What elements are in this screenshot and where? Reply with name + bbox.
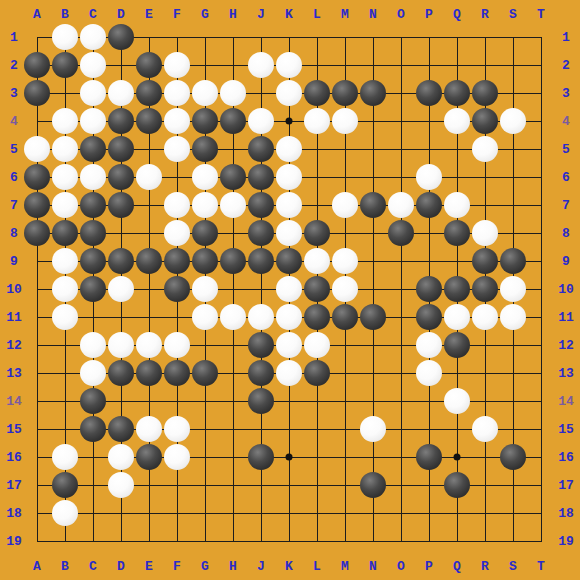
point-F1[interactable]: [163, 23, 191, 51]
point-E16[interactable]: [135, 443, 163, 471]
point-A11[interactable]: [23, 303, 51, 331]
point-G16[interactable]: [191, 443, 219, 471]
point-N15[interactable]: [359, 415, 387, 443]
point-M19[interactable]: [331, 527, 359, 555]
point-G2[interactable]: [191, 51, 219, 79]
point-G12[interactable]: [191, 331, 219, 359]
point-R12[interactable]: [471, 331, 499, 359]
point-Q1[interactable]: [443, 23, 471, 51]
point-L5[interactable]: [303, 135, 331, 163]
point-C6[interactable]: [79, 163, 107, 191]
point-J13[interactable]: [247, 359, 275, 387]
point-B7[interactable]: [51, 191, 79, 219]
point-N1[interactable]: [359, 23, 387, 51]
point-E14[interactable]: [135, 387, 163, 415]
point-F9[interactable]: [163, 247, 191, 275]
point-B6[interactable]: [51, 163, 79, 191]
point-C13[interactable]: [79, 359, 107, 387]
point-B5[interactable]: [51, 135, 79, 163]
point-E3[interactable]: [135, 79, 163, 107]
point-F12[interactable]: [163, 331, 191, 359]
point-R2[interactable]: [471, 51, 499, 79]
point-Q18[interactable]: [443, 499, 471, 527]
point-G11[interactable]: [191, 303, 219, 331]
point-P7[interactable]: [415, 191, 443, 219]
point-O12[interactable]: [387, 331, 415, 359]
point-B2[interactable]: [51, 51, 79, 79]
point-D9[interactable]: [107, 247, 135, 275]
point-F19[interactable]: [163, 527, 191, 555]
point-S16[interactable]: [499, 443, 527, 471]
point-S1[interactable]: [499, 23, 527, 51]
point-O9[interactable]: [387, 247, 415, 275]
point-F18[interactable]: [163, 499, 191, 527]
point-M15[interactable]: [331, 415, 359, 443]
point-B14[interactable]: [51, 387, 79, 415]
point-Q16[interactable]: [443, 443, 471, 471]
point-O7[interactable]: [387, 191, 415, 219]
point-T9[interactable]: [527, 247, 555, 275]
point-P4[interactable]: [415, 107, 443, 135]
point-H9[interactable]: [219, 247, 247, 275]
point-J3[interactable]: [247, 79, 275, 107]
point-N10[interactable]: [359, 275, 387, 303]
point-E4[interactable]: [135, 107, 163, 135]
point-M1[interactable]: [331, 23, 359, 51]
point-J5[interactable]: [247, 135, 275, 163]
point-D18[interactable]: [107, 499, 135, 527]
point-A4[interactable]: [23, 107, 51, 135]
point-H19[interactable]: [219, 527, 247, 555]
point-D16[interactable]: [107, 443, 135, 471]
point-F5[interactable]: [163, 135, 191, 163]
point-R10[interactable]: [471, 275, 499, 303]
point-D4[interactable]: [107, 107, 135, 135]
point-N6[interactable]: [359, 163, 387, 191]
point-T4[interactable]: [527, 107, 555, 135]
point-O5[interactable]: [387, 135, 415, 163]
point-A19[interactable]: [23, 527, 51, 555]
point-P16[interactable]: [415, 443, 443, 471]
point-L13[interactable]: [303, 359, 331, 387]
point-S17[interactable]: [499, 471, 527, 499]
point-A13[interactable]: [23, 359, 51, 387]
point-M14[interactable]: [331, 387, 359, 415]
point-O3[interactable]: [387, 79, 415, 107]
point-F4[interactable]: [163, 107, 191, 135]
point-R8[interactable]: [471, 219, 499, 247]
point-J7[interactable]: [247, 191, 275, 219]
point-E18[interactable]: [135, 499, 163, 527]
point-L15[interactable]: [303, 415, 331, 443]
point-H3[interactable]: [219, 79, 247, 107]
point-B18[interactable]: [51, 499, 79, 527]
point-O11[interactable]: [387, 303, 415, 331]
point-E7[interactable]: [135, 191, 163, 219]
point-G9[interactable]: [191, 247, 219, 275]
point-C3[interactable]: [79, 79, 107, 107]
point-B4[interactable]: [51, 107, 79, 135]
point-J6[interactable]: [247, 163, 275, 191]
point-M13[interactable]: [331, 359, 359, 387]
point-A14[interactable]: [23, 387, 51, 415]
point-N17[interactable]: [359, 471, 387, 499]
point-L16[interactable]: [303, 443, 331, 471]
point-P13[interactable]: [415, 359, 443, 387]
point-O16[interactable]: [387, 443, 415, 471]
point-K11[interactable]: [275, 303, 303, 331]
point-H1[interactable]: [219, 23, 247, 51]
point-L11[interactable]: [303, 303, 331, 331]
point-P3[interactable]: [415, 79, 443, 107]
point-B12[interactable]: [51, 331, 79, 359]
point-A10[interactable]: [23, 275, 51, 303]
point-P12[interactable]: [415, 331, 443, 359]
point-P10[interactable]: [415, 275, 443, 303]
point-L10[interactable]: [303, 275, 331, 303]
point-H17[interactable]: [219, 471, 247, 499]
point-T7[interactable]: [527, 191, 555, 219]
point-R1[interactable]: [471, 23, 499, 51]
point-H13[interactable]: [219, 359, 247, 387]
point-L2[interactable]: [303, 51, 331, 79]
point-B16[interactable]: [51, 443, 79, 471]
point-L3[interactable]: [303, 79, 331, 107]
point-E12[interactable]: [135, 331, 163, 359]
point-O4[interactable]: [387, 107, 415, 135]
point-C16[interactable]: [79, 443, 107, 471]
point-Q13[interactable]: [443, 359, 471, 387]
point-F11[interactable]: [163, 303, 191, 331]
point-M2[interactable]: [331, 51, 359, 79]
point-N18[interactable]: [359, 499, 387, 527]
point-J15[interactable]: [247, 415, 275, 443]
point-K18[interactable]: [275, 499, 303, 527]
point-P15[interactable]: [415, 415, 443, 443]
point-B3[interactable]: [51, 79, 79, 107]
point-J18[interactable]: [247, 499, 275, 527]
point-B13[interactable]: [51, 359, 79, 387]
point-P5[interactable]: [415, 135, 443, 163]
point-L14[interactable]: [303, 387, 331, 415]
point-P9[interactable]: [415, 247, 443, 275]
point-S4[interactable]: [499, 107, 527, 135]
point-G13[interactable]: [191, 359, 219, 387]
point-S5[interactable]: [499, 135, 527, 163]
point-J12[interactable]: [247, 331, 275, 359]
point-N13[interactable]: [359, 359, 387, 387]
point-B17[interactable]: [51, 471, 79, 499]
point-K6[interactable]: [275, 163, 303, 191]
point-T16[interactable]: [527, 443, 555, 471]
point-A2[interactable]: [23, 51, 51, 79]
point-N2[interactable]: [359, 51, 387, 79]
point-E2[interactable]: [135, 51, 163, 79]
point-O18[interactable]: [387, 499, 415, 527]
point-T14[interactable]: [527, 387, 555, 415]
point-T19[interactable]: [527, 527, 555, 555]
point-B8[interactable]: [51, 219, 79, 247]
point-B19[interactable]: [51, 527, 79, 555]
point-O13[interactable]: [387, 359, 415, 387]
point-S8[interactable]: [499, 219, 527, 247]
point-F7[interactable]: [163, 191, 191, 219]
point-J2[interactable]: [247, 51, 275, 79]
point-M11[interactable]: [331, 303, 359, 331]
point-G8[interactable]: [191, 219, 219, 247]
point-M12[interactable]: [331, 331, 359, 359]
point-K15[interactable]: [275, 415, 303, 443]
point-C10[interactable]: [79, 275, 107, 303]
point-H18[interactable]: [219, 499, 247, 527]
point-G15[interactable]: [191, 415, 219, 443]
point-M8[interactable]: [331, 219, 359, 247]
point-Q7[interactable]: [443, 191, 471, 219]
point-S19[interactable]: [499, 527, 527, 555]
point-R4[interactable]: [471, 107, 499, 135]
point-L1[interactable]: [303, 23, 331, 51]
point-K3[interactable]: [275, 79, 303, 107]
point-N8[interactable]: [359, 219, 387, 247]
point-S11[interactable]: [499, 303, 527, 331]
point-K13[interactable]: [275, 359, 303, 387]
point-O1[interactable]: [387, 23, 415, 51]
point-T17[interactable]: [527, 471, 555, 499]
point-C15[interactable]: [79, 415, 107, 443]
point-D2[interactable]: [107, 51, 135, 79]
point-R3[interactable]: [471, 79, 499, 107]
point-G18[interactable]: [191, 499, 219, 527]
point-D19[interactable]: [107, 527, 135, 555]
point-D8[interactable]: [107, 219, 135, 247]
point-C2[interactable]: [79, 51, 107, 79]
point-G14[interactable]: [191, 387, 219, 415]
point-D7[interactable]: [107, 191, 135, 219]
point-L7[interactable]: [303, 191, 331, 219]
point-B15[interactable]: [51, 415, 79, 443]
point-O8[interactable]: [387, 219, 415, 247]
point-M9[interactable]: [331, 247, 359, 275]
point-S18[interactable]: [499, 499, 527, 527]
point-M16[interactable]: [331, 443, 359, 471]
point-M6[interactable]: [331, 163, 359, 191]
point-G10[interactable]: [191, 275, 219, 303]
point-L6[interactable]: [303, 163, 331, 191]
point-T15[interactable]: [527, 415, 555, 443]
point-P14[interactable]: [415, 387, 443, 415]
point-K19[interactable]: [275, 527, 303, 555]
point-O2[interactable]: [387, 51, 415, 79]
point-G6[interactable]: [191, 163, 219, 191]
point-P8[interactable]: [415, 219, 443, 247]
point-P11[interactable]: [415, 303, 443, 331]
point-J16[interactable]: [247, 443, 275, 471]
point-A1[interactable]: [23, 23, 51, 51]
point-N4[interactable]: [359, 107, 387, 135]
point-Q12[interactable]: [443, 331, 471, 359]
point-Q9[interactable]: [443, 247, 471, 275]
point-C9[interactable]: [79, 247, 107, 275]
point-M7[interactable]: [331, 191, 359, 219]
point-H14[interactable]: [219, 387, 247, 415]
point-D17[interactable]: [107, 471, 135, 499]
point-M4[interactable]: [331, 107, 359, 135]
point-T8[interactable]: [527, 219, 555, 247]
point-H16[interactable]: [219, 443, 247, 471]
point-S10[interactable]: [499, 275, 527, 303]
point-L12[interactable]: [303, 331, 331, 359]
point-F8[interactable]: [163, 219, 191, 247]
point-E13[interactable]: [135, 359, 163, 387]
point-F6[interactable]: [163, 163, 191, 191]
point-P1[interactable]: [415, 23, 443, 51]
point-S9[interactable]: [499, 247, 527, 275]
point-G19[interactable]: [191, 527, 219, 555]
point-T5[interactable]: [527, 135, 555, 163]
point-C1[interactable]: [79, 23, 107, 51]
point-D1[interactable]: [107, 23, 135, 51]
point-Q14[interactable]: [443, 387, 471, 415]
point-C8[interactable]: [79, 219, 107, 247]
point-D11[interactable]: [107, 303, 135, 331]
point-K16[interactable]: [275, 443, 303, 471]
point-E17[interactable]: [135, 471, 163, 499]
point-R9[interactable]: [471, 247, 499, 275]
point-T10[interactable]: [527, 275, 555, 303]
point-A6[interactable]: [23, 163, 51, 191]
point-E6[interactable]: [135, 163, 163, 191]
point-Q2[interactable]: [443, 51, 471, 79]
point-T3[interactable]: [527, 79, 555, 107]
point-D13[interactable]: [107, 359, 135, 387]
point-M5[interactable]: [331, 135, 359, 163]
point-T11[interactable]: [527, 303, 555, 331]
point-K1[interactable]: [275, 23, 303, 51]
point-R7[interactable]: [471, 191, 499, 219]
point-A3[interactable]: [23, 79, 51, 107]
point-Q8[interactable]: [443, 219, 471, 247]
point-O14[interactable]: [387, 387, 415, 415]
point-J14[interactable]: [247, 387, 275, 415]
point-S15[interactable]: [499, 415, 527, 443]
point-R15[interactable]: [471, 415, 499, 443]
point-D6[interactable]: [107, 163, 135, 191]
point-K4[interactable]: [275, 107, 303, 135]
point-H6[interactable]: [219, 163, 247, 191]
point-K17[interactable]: [275, 471, 303, 499]
point-R18[interactable]: [471, 499, 499, 527]
point-H10[interactable]: [219, 275, 247, 303]
point-D5[interactable]: [107, 135, 135, 163]
point-R14[interactable]: [471, 387, 499, 415]
point-O15[interactable]: [387, 415, 415, 443]
point-C12[interactable]: [79, 331, 107, 359]
point-L17[interactable]: [303, 471, 331, 499]
point-G4[interactable]: [191, 107, 219, 135]
point-C18[interactable]: [79, 499, 107, 527]
point-C7[interactable]: [79, 191, 107, 219]
point-J1[interactable]: [247, 23, 275, 51]
point-N3[interactable]: [359, 79, 387, 107]
point-H2[interactable]: [219, 51, 247, 79]
point-S12[interactable]: [499, 331, 527, 359]
point-E15[interactable]: [135, 415, 163, 443]
point-A9[interactable]: [23, 247, 51, 275]
point-F17[interactable]: [163, 471, 191, 499]
point-P19[interactable]: [415, 527, 443, 555]
point-T6[interactable]: [527, 163, 555, 191]
point-S6[interactable]: [499, 163, 527, 191]
point-M18[interactable]: [331, 499, 359, 527]
point-H12[interactable]: [219, 331, 247, 359]
point-C14[interactable]: [79, 387, 107, 415]
point-S7[interactable]: [499, 191, 527, 219]
point-K5[interactable]: [275, 135, 303, 163]
point-R17[interactable]: [471, 471, 499, 499]
point-Q19[interactable]: [443, 527, 471, 555]
point-G1[interactable]: [191, 23, 219, 51]
point-F13[interactable]: [163, 359, 191, 387]
point-G3[interactable]: [191, 79, 219, 107]
point-B10[interactable]: [51, 275, 79, 303]
point-F10[interactable]: [163, 275, 191, 303]
point-K8[interactable]: [275, 219, 303, 247]
point-P6[interactable]: [415, 163, 443, 191]
point-E11[interactable]: [135, 303, 163, 331]
point-N11[interactable]: [359, 303, 387, 331]
point-R6[interactable]: [471, 163, 499, 191]
point-O17[interactable]: [387, 471, 415, 499]
point-Q15[interactable]: [443, 415, 471, 443]
point-N9[interactable]: [359, 247, 387, 275]
point-Q6[interactable]: [443, 163, 471, 191]
point-G5[interactable]: [191, 135, 219, 163]
point-F16[interactable]: [163, 443, 191, 471]
point-A17[interactable]: [23, 471, 51, 499]
point-R5[interactable]: [471, 135, 499, 163]
point-N19[interactable]: [359, 527, 387, 555]
point-F15[interactable]: [163, 415, 191, 443]
point-O6[interactable]: [387, 163, 415, 191]
point-J9[interactable]: [247, 247, 275, 275]
point-N5[interactable]: [359, 135, 387, 163]
point-R11[interactable]: [471, 303, 499, 331]
point-B11[interactable]: [51, 303, 79, 331]
point-J8[interactable]: [247, 219, 275, 247]
point-N16[interactable]: [359, 443, 387, 471]
point-C19[interactable]: [79, 527, 107, 555]
point-D10[interactable]: [107, 275, 135, 303]
point-H15[interactable]: [219, 415, 247, 443]
point-Q11[interactable]: [443, 303, 471, 331]
point-N14[interactable]: [359, 387, 387, 415]
point-M10[interactable]: [331, 275, 359, 303]
point-G17[interactable]: [191, 471, 219, 499]
point-F3[interactable]: [163, 79, 191, 107]
point-J11[interactable]: [247, 303, 275, 331]
point-E1[interactable]: [135, 23, 163, 51]
point-P17[interactable]: [415, 471, 443, 499]
point-T2[interactable]: [527, 51, 555, 79]
point-C17[interactable]: [79, 471, 107, 499]
point-J19[interactable]: [247, 527, 275, 555]
point-H7[interactable]: [219, 191, 247, 219]
point-S14[interactable]: [499, 387, 527, 415]
point-J4[interactable]: [247, 107, 275, 135]
point-H4[interactable]: [219, 107, 247, 135]
point-C4[interactable]: [79, 107, 107, 135]
point-C5[interactable]: [79, 135, 107, 163]
